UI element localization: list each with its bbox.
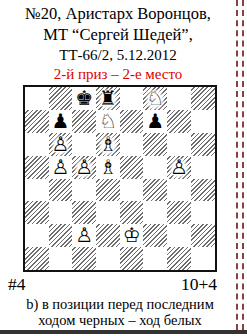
black-king-c8: ♚ (72, 87, 96, 110)
square-c2: ♙ (72, 224, 96, 247)
square-a3 (25, 201, 49, 224)
black-pawn-b7: ♟ (49, 110, 73, 133)
square-f2 (143, 224, 167, 247)
square-g2 (167, 224, 191, 247)
square-a4 (25, 179, 49, 202)
square-c1 (72, 247, 96, 270)
material-count: 10+4 (181, 274, 217, 295)
square-b2 (49, 224, 73, 247)
white-knight-f8: ♘ (143, 87, 167, 110)
square-f7: ♟ (143, 110, 167, 133)
white-bishop-d6: ♗ (96, 133, 120, 156)
square-e3 (120, 201, 144, 224)
square-f5 (143, 156, 167, 179)
award-line: 2-й приз – 2-е место (0, 65, 236, 84)
square-d7: ♘ (96, 110, 120, 133)
square-g7 (167, 110, 191, 133)
square-c6 (72, 133, 96, 156)
square-c5: ♙ (72, 156, 96, 179)
square-f1 (143, 247, 167, 270)
square-d3 (96, 201, 120, 224)
white-knight-d7: ♘ (96, 110, 120, 133)
square-e8 (120, 87, 144, 110)
square-g1 (167, 247, 191, 270)
square-d8: ♜ (96, 87, 120, 110)
square-c4 (72, 179, 96, 202)
square-f8: ♘ (143, 87, 167, 110)
caption-line-1: b) в позиции перед последним (0, 296, 240, 312)
square-h6 (191, 133, 215, 156)
square-d2 (96, 224, 120, 247)
square-d5: ♗ (96, 156, 120, 179)
bottom-rule (0, 330, 247, 334)
square-b8 (49, 87, 73, 110)
square-g4 (167, 179, 191, 202)
square-g3 (167, 201, 191, 224)
caption-line-2: ходом черных – ход белых (0, 312, 240, 328)
square-h8 (191, 87, 215, 110)
square-e1 (120, 247, 144, 270)
white-pawn-b5: ♙ (49, 156, 73, 179)
stipulation-label: #4 (8, 274, 26, 295)
chess-board: ♚♜♘♟♘♟♙♗♙♙♗♙♙♔ (25, 87, 215, 270)
square-c3 (72, 201, 96, 224)
square-a2 (25, 224, 49, 247)
square-h4 (191, 179, 215, 202)
square-e4 (120, 179, 144, 202)
dashed-margin-line-2 (242, 0, 244, 330)
white-pawn-c5: ♙ (72, 156, 96, 179)
square-a5 (25, 156, 49, 179)
square-b6: ♙ (49, 133, 73, 156)
square-b5: ♙ (49, 156, 73, 179)
dashed-margin-line-1 (236, 0, 238, 330)
square-a8 (25, 87, 49, 110)
white-pawn-b6: ♙ (49, 133, 73, 156)
square-e2: ♔ (120, 224, 144, 247)
black-pawn-f7: ♟ (143, 110, 167, 133)
square-e6 (120, 133, 144, 156)
square-f6 (143, 133, 167, 156)
square-h7 (191, 110, 215, 133)
twin-caption: b) в позиции перед последним ходом черны… (0, 296, 240, 328)
square-b3 (49, 201, 73, 224)
square-h3 (191, 201, 215, 224)
square-g5: ♙ (167, 156, 191, 179)
square-e5 (120, 156, 144, 179)
square-b4 (49, 179, 73, 202)
square-h2 (191, 224, 215, 247)
white-pawn-c2: ♙ (72, 224, 96, 247)
page: №20, Аристарх Воронцов, МТ “Сергей Шедей… (0, 0, 247, 336)
white-pawn-g5: ♙ (167, 156, 191, 179)
problem-header: №20, Аристарх Воронцов, МТ “Сергей Шедей… (0, 3, 236, 84)
black-rook-d8: ♜ (96, 87, 120, 110)
square-h5 (191, 156, 215, 179)
square-a7 (25, 110, 49, 133)
square-a6 (25, 133, 49, 156)
board-frame: ♚♜♘♟♘♟♙♗♙♙♗♙♙♔ (23, 85, 217, 272)
title-line-tourney: МТ “Сергей Шедей”, (0, 24, 236, 45)
square-c7 (72, 110, 96, 133)
square-b7: ♟ (49, 110, 73, 133)
stipulation-row: #4 10+4 (8, 274, 217, 295)
square-e7 (120, 110, 144, 133)
square-h1 (191, 247, 215, 270)
square-f4 (143, 179, 167, 202)
square-f3 (143, 201, 167, 224)
square-d4 (96, 179, 120, 202)
title-line-date: ТТ-66/2, 5.12.2012 (0, 45, 236, 65)
title-line-number-author: №20, Аристарх Воронцов, (0, 3, 236, 24)
square-g6 (167, 133, 191, 156)
square-d1 (96, 247, 120, 270)
square-g8 (167, 87, 191, 110)
square-b1 (49, 247, 73, 270)
square-d6: ♗ (96, 133, 120, 156)
square-c8: ♚ (72, 87, 96, 110)
white-king-e2: ♔ (120, 224, 144, 247)
white-bishop-d5: ♗ (96, 156, 120, 179)
square-a1 (25, 247, 49, 270)
